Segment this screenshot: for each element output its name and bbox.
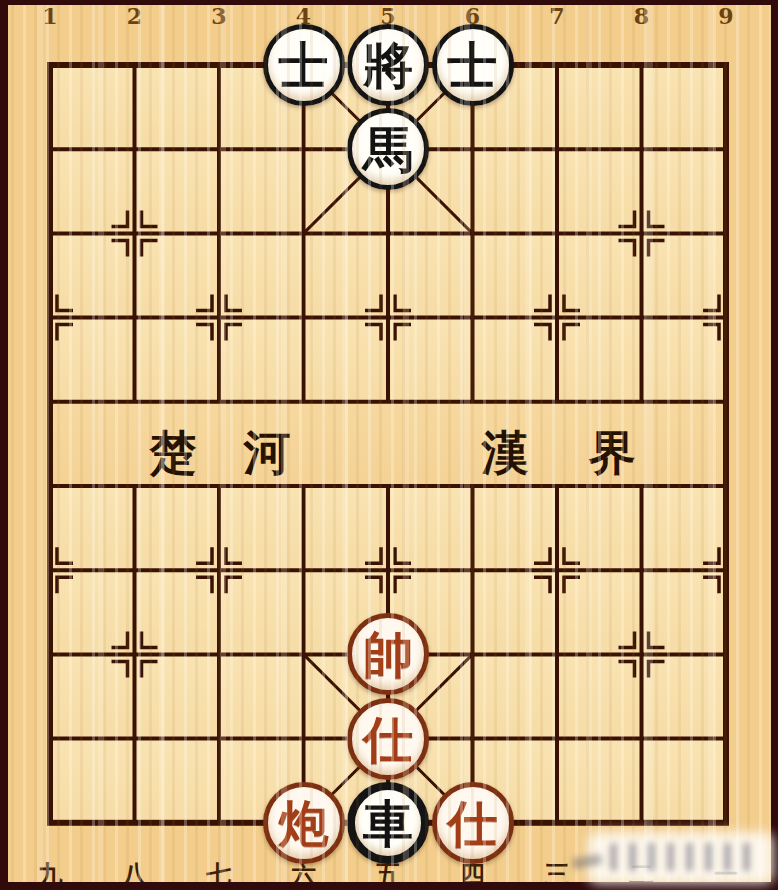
board-cell [557, 655, 642, 739]
piece-glyph: 馬 [363, 125, 413, 175]
board-cell [557, 486, 642, 570]
board-cell [135, 739, 220, 823]
board-cell [642, 486, 727, 570]
board-cell [219, 486, 304, 570]
piece-black-advisor[interactable]: 士 [432, 24, 514, 106]
river-label: 河 [237, 422, 297, 485]
piece-glyph: 士 [448, 41, 498, 91]
file-label-bottom: 一 [704, 858, 748, 890]
board-cell [557, 233, 642, 317]
board-cell [557, 149, 642, 233]
board-cell [642, 655, 727, 739]
board-cell [50, 739, 135, 823]
board-cell [50, 65, 135, 149]
piece-black-advisor[interactable]: 士 [263, 24, 345, 106]
board-cell [50, 655, 135, 739]
piece-black-chariot[interactable]: 車 [347, 782, 429, 864]
piece-glyph: 士 [279, 41, 329, 91]
board-cell [642, 233, 727, 317]
board-cell [388, 486, 473, 570]
board-cell [642, 318, 727, 402]
piece-red-advisor[interactable]: 仕 [432, 782, 514, 864]
board-cell [219, 655, 304, 739]
board-cell [50, 570, 135, 654]
piece-red-advisor[interactable]: 仕 [347, 698, 429, 780]
piece-red-general[interactable]: 帥 [347, 613, 429, 695]
river-label: 漢 [475, 422, 535, 485]
piece-glyph: 仕 [448, 799, 498, 849]
board-cell [135, 318, 220, 402]
board-cell [557, 570, 642, 654]
board-cell [135, 486, 220, 570]
file-label-top: 9 [706, 3, 746, 29]
file-label-top: 3 [199, 3, 239, 29]
board-cell [304, 486, 389, 570]
xiangqi-board: 123456789 九八七六五四三二一 楚河漢界 士將士馬帥仕炮車仕 [0, 0, 778, 890]
board-cell [135, 233, 220, 317]
piece-glyph: 炮 [279, 799, 329, 849]
river-cell [388, 402, 473, 486]
board-cell [388, 233, 473, 317]
board-cell [135, 570, 220, 654]
board-cell [642, 570, 727, 654]
piece-black-general[interactable]: 將 [347, 24, 429, 106]
board-cell [219, 233, 304, 317]
board-cell [50, 318, 135, 402]
board-cell [135, 149, 220, 233]
piece-glyph: 車 [363, 799, 413, 849]
board-cell [135, 655, 220, 739]
board-cell [473, 486, 558, 570]
river-cell [642, 402, 727, 486]
board-cell [219, 318, 304, 402]
board-cell [219, 149, 304, 233]
file-label-top: 7 [537, 3, 577, 29]
piece-red-cannon[interactable]: 炮 [263, 782, 345, 864]
piece-glyph: 帥 [363, 630, 413, 680]
river-cell [50, 402, 135, 486]
board-cell [50, 149, 135, 233]
file-label-top: 8 [622, 3, 662, 29]
piece-glyph: 仕 [363, 715, 413, 765]
board-cell [219, 570, 304, 654]
board-cell [50, 486, 135, 570]
river-cell [304, 402, 389, 486]
file-label-bottom: 七 [197, 858, 241, 890]
river-label: 界 [582, 422, 642, 485]
board-cell [473, 570, 558, 654]
board-cell [388, 318, 473, 402]
board-cell [50, 233, 135, 317]
board-cell [642, 149, 727, 233]
board-cell [473, 655, 558, 739]
file-label-bottom: 八 [113, 858, 157, 890]
board-cell [642, 739, 727, 823]
board-cell [557, 65, 642, 149]
board-cell [473, 318, 558, 402]
piece-black-horse[interactable]: 馬 [347, 108, 429, 190]
file-label-bottom: 三 [535, 858, 579, 890]
board-cell [304, 233, 389, 317]
file-label-bottom: 九 [28, 858, 72, 890]
board-cell [642, 65, 727, 149]
board-cell [473, 233, 558, 317]
board-cell [473, 149, 558, 233]
file-label-top: 1 [30, 3, 70, 29]
piece-glyph: 將 [363, 41, 413, 91]
board-cell [304, 318, 389, 402]
file-label-bottom: 二 [620, 858, 664, 890]
board-cell [557, 739, 642, 823]
board-cell [557, 318, 642, 402]
file-label-top: 2 [115, 3, 155, 29]
river-label: 楚 [143, 422, 203, 485]
board-cell [135, 65, 220, 149]
